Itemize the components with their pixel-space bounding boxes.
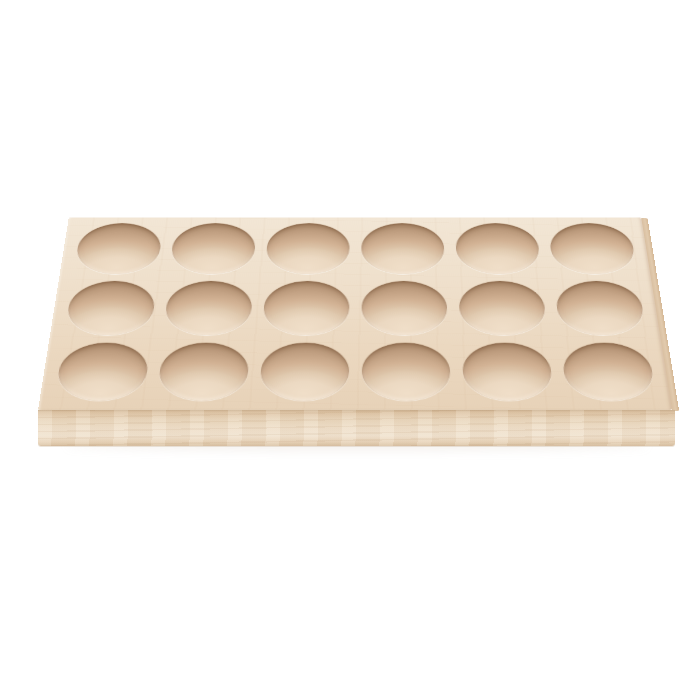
- pit-hollow: [262, 281, 349, 335]
- pit-hollow: [259, 343, 349, 401]
- pit-r2c2[interactable]: [156, 278, 259, 339]
- pit-r2c1[interactable]: [57, 278, 163, 339]
- pit-hollow: [169, 223, 256, 274]
- pit-r2c5[interactable]: [451, 278, 554, 339]
- pit-grid: [47, 220, 663, 405]
- pit-r2c6[interactable]: [547, 278, 653, 339]
- pit-r3c6[interactable]: [554, 339, 664, 405]
- pit-hollow: [457, 281, 547, 335]
- pit-r1c2[interactable]: [163, 220, 262, 278]
- pit-hollow: [554, 281, 646, 335]
- board-top-face: [38, 217, 672, 410]
- pit-r3c4[interactable]: [355, 339, 458, 405]
- pit-hollow: [54, 343, 150, 401]
- pit-hollow: [64, 281, 156, 335]
- pit-r3c1[interactable]: [47, 339, 157, 405]
- pit-hollow: [461, 343, 554, 401]
- pit-r1c5[interactable]: [448, 220, 547, 278]
- pit-hollow: [454, 223, 541, 274]
- pit-hollow: [361, 343, 451, 401]
- pit-r1c3[interactable]: [259, 220, 355, 278]
- pit-r1c4[interactable]: [355, 220, 451, 278]
- pit-hollow: [361, 223, 445, 274]
- pit-r2c3[interactable]: [256, 278, 355, 339]
- pit-r1c6[interactable]: [541, 220, 643, 278]
- pit-hollow: [547, 223, 636, 274]
- wooden-pit-tray: [38, 208, 672, 446]
- pit-r3c2[interactable]: [150, 339, 256, 405]
- pit-r1c1[interactable]: [67, 220, 169, 278]
- board-front-edge-face: [38, 410, 675, 446]
- pit-hollow: [156, 343, 249, 401]
- pit-hollow: [560, 343, 656, 401]
- pit-hollow: [73, 223, 162, 274]
- pit-r3c5[interactable]: [454, 339, 560, 405]
- pit-hollow: [361, 281, 448, 335]
- pit-r3c3[interactable]: [252, 339, 355, 405]
- pit-hollow: [265, 223, 349, 274]
- pit-hollow: [163, 281, 253, 335]
- product-photo-canvas: [0, 0, 700, 700]
- pit-r2c4[interactable]: [355, 278, 454, 339]
